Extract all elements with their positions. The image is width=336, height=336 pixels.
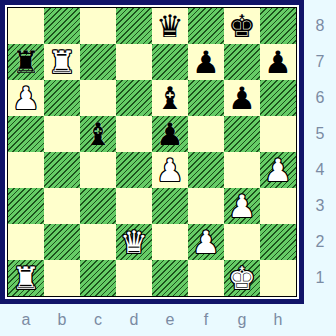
square-c1[interactable]: [80, 260, 116, 296]
black-bishop: ♝: [84, 116, 112, 152]
square-d4[interactable]: [116, 152, 152, 188]
square-e8[interactable]: ♛: [152, 8, 188, 44]
square-f2[interactable]: ♟: [188, 224, 224, 260]
white-pawn: ♟: [264, 152, 292, 188]
square-h4[interactable]: ♟: [260, 152, 296, 188]
square-f1[interactable]: [188, 260, 224, 296]
square-d1[interactable]: [116, 260, 152, 296]
square-h6[interactable]: [260, 80, 296, 116]
square-d8[interactable]: [116, 8, 152, 44]
square-e6[interactable]: ♝: [152, 80, 188, 116]
square-b8[interactable]: [44, 8, 80, 44]
square-h7[interactable]: ♟: [260, 44, 296, 80]
white-pawn: ♟: [156, 152, 184, 188]
file-label-c: c: [80, 304, 116, 336]
black-king: ♚: [228, 8, 256, 44]
rank-label-2: 2: [304, 224, 336, 260]
file-label-b: b: [44, 304, 80, 336]
square-c2[interactable]: [80, 224, 116, 260]
square-c5[interactable]: ♝: [80, 116, 116, 152]
square-f3[interactable]: [188, 188, 224, 224]
white-king: ♚: [228, 260, 256, 296]
white-pawn: ♟: [12, 80, 40, 116]
square-g3[interactable]: ♟: [224, 188, 260, 224]
square-a8[interactable]: [8, 8, 44, 44]
square-e5[interactable]: ♟: [152, 116, 188, 152]
square-d3[interactable]: [116, 188, 152, 224]
square-b5[interactable]: [44, 116, 80, 152]
white-pawn: ♟: [192, 224, 220, 260]
square-d6[interactable]: [116, 80, 152, 116]
square-b7[interactable]: ♜: [44, 44, 80, 80]
square-h2[interactable]: [260, 224, 296, 260]
square-e2[interactable]: [152, 224, 188, 260]
square-a6[interactable]: ♟: [8, 80, 44, 116]
square-a1[interactable]: ♜: [8, 260, 44, 296]
black-queen: ♛: [156, 8, 184, 44]
square-h5[interactable]: [260, 116, 296, 152]
square-a4[interactable]: [8, 152, 44, 188]
square-g7[interactable]: [224, 44, 260, 80]
square-h8[interactable]: [260, 8, 296, 44]
square-f6[interactable]: [188, 80, 224, 116]
square-e1[interactable]: [152, 260, 188, 296]
square-d7[interactable]: [116, 44, 152, 80]
square-a7[interactable]: ♜: [8, 44, 44, 80]
square-c6[interactable]: [80, 80, 116, 116]
square-e7[interactable]: [152, 44, 188, 80]
frame-white-line: ♛♚♜♜♟♟♟♝♟♝♟♟♟♟♛♟♜♚: [5, 5, 299, 299]
file-label-e: e: [152, 304, 188, 336]
square-e3[interactable]: [152, 188, 188, 224]
square-a5[interactable]: [8, 116, 44, 152]
black-bishop: ♝: [156, 80, 184, 116]
square-c7[interactable]: [80, 44, 116, 80]
rank-label-7: 7: [304, 44, 336, 80]
square-f8[interactable]: [188, 8, 224, 44]
square-b2[interactable]: [44, 224, 80, 260]
square-g4[interactable]: [224, 152, 260, 188]
file-label-h: h: [260, 304, 296, 336]
frame-black-line: ♛♚♜♜♟♟♟♝♟♝♟♟♟♟♛♟♜♚: [7, 7, 297, 297]
square-a2[interactable]: [8, 224, 44, 260]
rank-label-4: 4: [304, 152, 336, 188]
rank-label-3: 3: [304, 188, 336, 224]
white-queen: ♛: [120, 224, 148, 260]
white-rook: ♜: [12, 260, 40, 296]
file-label-d: d: [116, 304, 152, 336]
file-label-g: g: [224, 304, 260, 336]
rank-label-6: 6: [304, 80, 336, 116]
rank-label-8: 8: [304, 8, 336, 44]
square-h1[interactable]: [260, 260, 296, 296]
white-pawn: ♟: [228, 188, 256, 224]
square-d2[interactable]: ♛: [116, 224, 152, 260]
black-pawn: ♟: [228, 80, 256, 116]
file-label-f: f: [188, 304, 224, 336]
rank-label-1: 1: [304, 260, 336, 296]
square-f4[interactable]: [188, 152, 224, 188]
square-g6[interactable]: ♟: [224, 80, 260, 116]
square-g1[interactable]: ♚: [224, 260, 260, 296]
black-pawn: ♟: [156, 116, 184, 152]
square-b4[interactable]: [44, 152, 80, 188]
square-c8[interactable]: [80, 8, 116, 44]
file-labels: abcdefgh: [8, 304, 296, 336]
square-e4[interactable]: ♟: [152, 152, 188, 188]
square-b1[interactable]: [44, 260, 80, 296]
black-pawn: ♟: [264, 44, 292, 80]
square-b3[interactable]: [44, 188, 80, 224]
black-rook: ♜: [12, 44, 40, 80]
square-c4[interactable]: [80, 152, 116, 188]
rank-labels: 87654321: [304, 8, 336, 296]
rank-label-5: 5: [304, 116, 336, 152]
square-f5[interactable]: [188, 116, 224, 152]
square-g5[interactable]: [224, 116, 260, 152]
board-frame: ♛♚♜♜♟♟♟♝♟♝♟♟♟♟♛♟♜♚: [0, 0, 304, 304]
square-g2[interactable]: [224, 224, 260, 260]
square-f7[interactable]: ♟: [188, 44, 224, 80]
square-d5[interactable]: [116, 116, 152, 152]
square-c3[interactable]: [80, 188, 116, 224]
square-g8[interactable]: ♚: [224, 8, 260, 44]
file-label-a: a: [8, 304, 44, 336]
square-h3[interactable]: [260, 188, 296, 224]
square-a3[interactable]: [8, 188, 44, 224]
square-b6[interactable]: [44, 80, 80, 116]
black-pawn: ♟: [192, 44, 220, 80]
chess-board: ♛♚♜♜♟♟♟♝♟♝♟♟♟♟♛♟♜♚: [8, 8, 296, 296]
white-rook: ♜: [48, 44, 76, 80]
